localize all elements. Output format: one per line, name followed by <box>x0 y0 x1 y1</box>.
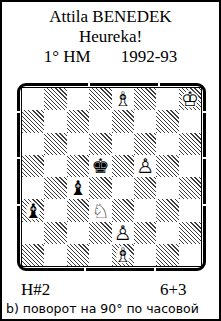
square-f5: ♙ <box>134 155 156 177</box>
square-d7 <box>89 110 111 132</box>
material-count: 6+3 <box>160 281 187 299</box>
chess-board-grid: ♗♔♚♙♝♝♘♙♗ <box>22 88 201 266</box>
square-e4 <box>112 177 134 199</box>
square-a8 <box>22 88 44 110</box>
square-f1 <box>134 244 156 266</box>
square-d8 <box>89 88 111 110</box>
white-bishop-e1: ♗ <box>114 244 132 266</box>
square-f6 <box>134 133 156 155</box>
chess-board: ♗♔♚♙♝♝♘♙♗ <box>17 83 206 271</box>
square-d6 <box>89 133 111 155</box>
square-g1 <box>156 244 178 266</box>
square-f7 <box>134 110 156 132</box>
frame-tick <box>203 204 206 206</box>
frame-tick <box>158 83 160 86</box>
square-b1 <box>44 244 66 266</box>
square-b3 <box>44 199 66 221</box>
square-b8 <box>44 88 66 110</box>
square-b7 <box>44 110 66 132</box>
square-g6 <box>156 133 178 155</box>
square-f2 <box>134 222 156 244</box>
square-b5 <box>44 155 66 177</box>
frame-tick <box>84 268 86 271</box>
problem-header: Attila BENEDEK Heureka! 1° HM 1992-93 <box>2 7 219 67</box>
square-g2 <box>156 222 178 244</box>
square-e2: ♙ <box>112 222 134 244</box>
frame-tick <box>154 268 156 271</box>
square-c3 <box>67 199 89 221</box>
board-inner-border: ♗♔♚♙♝♝♘♙♗ <box>21 87 202 267</box>
white-pawn-e2: ♙ <box>114 222 132 244</box>
square-g4 <box>156 177 178 199</box>
frame-tick <box>88 83 90 86</box>
square-f4 <box>134 177 156 199</box>
square-c6 <box>67 133 89 155</box>
square-f3 <box>134 199 156 221</box>
award-text: 1° HM <box>44 47 91 67</box>
square-h1 <box>179 244 201 266</box>
square-e8: ♗ <box>112 88 134 110</box>
square-g7 <box>156 110 178 132</box>
square-h3 <box>179 199 201 221</box>
black-bishop-c4: ♝ <box>69 177 87 199</box>
square-b4 <box>44 177 66 199</box>
square-e3 <box>112 199 134 221</box>
frame-tick <box>17 204 20 206</box>
white-knight-d3: ♘ <box>91 200 109 222</box>
years-text: 1992-93 <box>121 47 178 67</box>
square-g8 <box>156 88 178 110</box>
square-a2 <box>22 222 44 244</box>
square-b6 <box>44 133 66 155</box>
stipulation: H#2 <box>21 281 50 299</box>
square-h7 <box>179 110 201 132</box>
twin-condition: b) поворот на 90° по часовой <box>6 301 220 316</box>
square-d5: ♚ <box>89 155 111 177</box>
square-h5 <box>179 155 201 177</box>
square-e7 <box>112 110 134 132</box>
square-c7 <box>67 110 89 132</box>
square-c4: ♝ <box>67 177 89 199</box>
square-b2 <box>44 222 66 244</box>
square-g5 <box>156 155 178 177</box>
square-h8: ♔ <box>179 88 201 110</box>
square-d4 <box>89 177 111 199</box>
frame-tick <box>203 111 206 113</box>
black-bishop-a3: ♝ <box>24 200 42 222</box>
frame-tick <box>17 111 20 113</box>
frame-tick <box>203 157 206 159</box>
square-a3: ♝ <box>22 199 44 221</box>
square-a4 <box>22 177 44 199</box>
square-a6 <box>22 133 44 155</box>
square-e1: ♗ <box>112 244 134 266</box>
square-g3 <box>156 199 178 221</box>
white-king-h8: ♔ <box>181 88 199 110</box>
board-frame: ♗♔♚♙♝♝♘♙♗ <box>17 83 206 271</box>
square-h6 <box>179 133 201 155</box>
frame-tick <box>17 157 20 159</box>
square-h2 <box>179 222 201 244</box>
square-f8 <box>134 88 156 110</box>
square-c8 <box>67 88 89 110</box>
square-c5 <box>67 155 89 177</box>
author-name: Attila BENEDEK <box>2 7 219 27</box>
square-d1 <box>89 244 111 266</box>
square-d2 <box>89 222 111 244</box>
square-c2 <box>67 222 89 244</box>
square-a1 <box>22 244 44 266</box>
white-pawn-f5: ♙ <box>136 155 154 177</box>
square-e6 <box>112 133 134 155</box>
black-king-d5: ♚ <box>91 155 109 177</box>
chess-problem-card: Attila BENEDEK Heureka! 1° HM 1992-93 ♗♔… <box>0 0 221 321</box>
square-e5 <box>112 155 134 177</box>
square-c1 <box>67 244 89 266</box>
white-bishop-e8: ♗ <box>114 88 132 110</box>
square-a5 <box>22 155 44 177</box>
square-a7 <box>22 110 44 132</box>
square-h4 <box>179 177 201 199</box>
square-d3: ♘ <box>89 199 111 221</box>
award-line: 1° HM 1992-93 <box>2 47 219 67</box>
problem-title: Heureka! <box>2 27 219 47</box>
